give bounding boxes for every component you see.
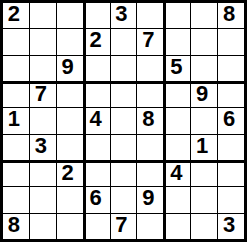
cell-r6c1-empty[interactable] — [3, 135, 29, 160]
cell-r6c7-empty[interactable] — [164, 135, 190, 160]
cell-r5c4-given-4[interactable]: 4 — [84, 108, 110, 133]
cell-r3c3-given-9[interactable]: 9 — [57, 56, 83, 81]
cell-r2c8-empty[interactable] — [191, 29, 217, 54]
cell-r7c3-given-2[interactable]: 2 — [57, 161, 83, 186]
cell-r5c2-empty[interactable] — [30, 108, 56, 133]
cell-r7c6-empty[interactable] — [137, 161, 163, 186]
cell-r8c9-empty[interactable] — [218, 187, 244, 212]
cell-r2c7-empty[interactable] — [164, 29, 190, 54]
cell-r6c8-given-1[interactable]: 1 — [191, 135, 217, 160]
cell-r6c5-empty[interactable] — [111, 135, 137, 160]
cell-r7c9-empty[interactable] — [218, 161, 244, 186]
cell-r1c6-empty[interactable] — [137, 3, 163, 28]
cell-r9c2-empty[interactable] — [30, 214, 56, 239]
sudoku-puzzle: 2382795791486312469873 — [0, 0, 247, 242]
cell-r6c3-empty[interactable] — [57, 135, 83, 160]
cell-r7c8-empty[interactable] — [191, 161, 217, 186]
cell-r8c8-empty[interactable] — [191, 187, 217, 212]
cell-r2c5-empty[interactable] — [111, 29, 137, 54]
cell-r3c1-empty[interactable] — [3, 56, 29, 81]
cell-r1c7-empty[interactable] — [164, 3, 190, 28]
cell-r5c1-given-1[interactable]: 1 — [3, 108, 29, 133]
cell-r9c4-empty[interactable] — [84, 214, 110, 239]
cell-r6c4-empty[interactable] — [84, 135, 110, 160]
cell-r2c1-empty[interactable] — [3, 29, 29, 54]
cell-r5c6-given-8[interactable]: 8 — [137, 108, 163, 133]
cell-r4c5-empty[interactable] — [111, 82, 137, 107]
cell-r2c6-given-7[interactable]: 7 — [137, 29, 163, 54]
cell-r8c6-given-9[interactable]: 9 — [137, 187, 163, 212]
cell-r8c2-empty[interactable] — [30, 187, 56, 212]
cell-r3c5-empty[interactable] — [111, 56, 137, 81]
cell-r4c1-empty[interactable] — [3, 82, 29, 107]
cell-r3c4-empty[interactable] — [84, 56, 110, 81]
cell-r4c2-given-7[interactable]: 7 — [30, 82, 56, 107]
cell-r4c3-empty[interactable] — [57, 82, 83, 107]
cell-r8c7-empty[interactable] — [164, 187, 190, 212]
cell-r2c3-empty[interactable] — [57, 29, 83, 54]
cell-r3c8-empty[interactable] — [191, 56, 217, 81]
cell-r8c3-empty[interactable] — [57, 187, 83, 212]
cell-r7c7-given-4[interactable]: 4 — [164, 161, 190, 186]
cell-r6c2-given-3[interactable]: 3 — [30, 135, 56, 160]
cell-r1c3-empty[interactable] — [57, 3, 83, 28]
cell-r1c2-empty[interactable] — [30, 3, 56, 28]
cell-r8c5-empty[interactable] — [111, 187, 137, 212]
cell-r9c6-empty[interactable] — [137, 214, 163, 239]
cell-r5c7-empty[interactable] — [164, 108, 190, 133]
cell-r2c9-empty[interactable] — [218, 29, 244, 54]
cell-r1c4-empty[interactable] — [84, 3, 110, 28]
cell-r6c6-empty[interactable] — [137, 135, 163, 160]
cell-r6c9-empty[interactable] — [218, 135, 244, 160]
cell-r4c9-empty[interactable] — [218, 82, 244, 107]
cell-r1c1-given-2[interactable]: 2 — [3, 3, 29, 28]
cell-r9c8-empty[interactable] — [191, 214, 217, 239]
cell-r8c1-empty[interactable] — [3, 187, 29, 212]
cell-r7c2-empty[interactable] — [30, 161, 56, 186]
cell-r8c4-given-6[interactable]: 6 — [84, 187, 110, 212]
cell-r5c3-empty[interactable] — [57, 108, 83, 133]
cell-r7c5-empty[interactable] — [111, 161, 137, 186]
cell-r1c9-given-8[interactable]: 8 — [218, 3, 244, 28]
cell-r3c9-empty[interactable] — [218, 56, 244, 81]
cell-r9c5-given-7[interactable]: 7 — [111, 214, 137, 239]
cell-r3c2-empty[interactable] — [30, 56, 56, 81]
cell-r5c5-empty[interactable] — [111, 108, 137, 133]
cell-r7c1-empty[interactable] — [3, 161, 29, 186]
cell-r9c9-given-3[interactable]: 3 — [218, 214, 244, 239]
cell-r7c4-empty[interactable] — [84, 161, 110, 186]
cell-r3c7-given-5[interactable]: 5 — [164, 56, 190, 81]
cell-r5c8-empty[interactable] — [191, 108, 217, 133]
cell-r3c6-empty[interactable] — [137, 56, 163, 81]
cell-r1c5-given-3[interactable]: 3 — [111, 3, 137, 28]
cell-r4c8-given-9[interactable]: 9 — [191, 82, 217, 107]
cell-r9c3-empty[interactable] — [57, 214, 83, 239]
cell-r4c6-empty[interactable] — [137, 82, 163, 107]
cell-r2c4-given-2[interactable]: 2 — [84, 29, 110, 54]
cell-r4c4-empty[interactable] — [84, 82, 110, 107]
cell-r9c1-given-8[interactable]: 8 — [3, 214, 29, 239]
cell-r5c9-given-6[interactable]: 6 — [218, 108, 244, 133]
cell-r2c2-empty[interactable] — [30, 29, 56, 54]
sudoku-board: 2382795791486312469873 — [0, 0, 247, 242]
cell-r4c7-empty[interactable] — [164, 82, 190, 107]
cell-r1c8-empty[interactable] — [191, 3, 217, 28]
cell-r9c7-empty[interactable] — [164, 214, 190, 239]
